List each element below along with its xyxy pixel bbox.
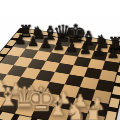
black-pawn: ♟ (65, 41, 77, 55)
white-rook: ♜ (82, 104, 103, 120)
black-pawn: ♟ (52, 39, 64, 53)
square-f5 (69, 65, 87, 77)
product-photo: ♜♞♝♛♚♝♞♜♟♟♟♟♟♟♟♟♟♟♟♟♟♟♟♟♜♞♝♛♚♝♞♜ (0, 0, 120, 120)
scene: ♜♞♝♛♚♝♞♜♟♟♟♟♟♟♟♟♟♟♟♟♟♟♟♟♜♞♝♛♚♝♞♜ (0, 0, 120, 120)
board-grid: ♜♞♝♛♚♝♞♜♟♟♟♟♟♟♟♟♟♟♟♟♟♟♟♟♜♞♝♛♚♝♞♜ (0, 33, 120, 120)
chessboard-box: ♜♞♝♛♚♝♞♜♟♟♟♟♟♟♟♟♟♟♟♟♟♟♟♟♜♞♝♛♚♝♞♜ (0, 28, 120, 120)
black-pawn: ♟ (14, 34, 26, 47)
square-h1: ♜ (83, 113, 105, 120)
black-pawn: ♟ (92, 45, 105, 59)
black-pawn: ♟ (79, 43, 92, 57)
black-pawn: ♟ (106, 47, 119, 61)
black-pawn: ♟ (26, 35, 38, 49)
black-pawn: ♟ (39, 37, 51, 51)
